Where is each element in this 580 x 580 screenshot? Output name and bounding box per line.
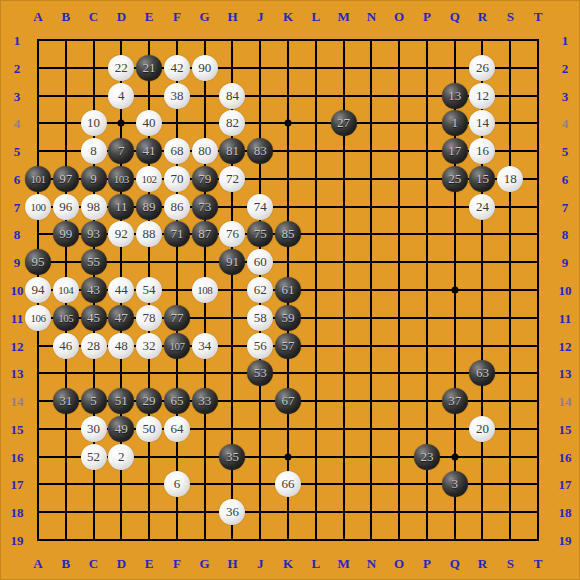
stone-black-J13: 53 <box>247 360 273 386</box>
grid-line-horizontal <box>37 511 539 513</box>
move-number: 23 <box>420 444 433 470</box>
move-number: 102 <box>142 166 157 192</box>
move-number: 105 <box>58 305 73 331</box>
stone-white-E11: 78 <box>136 305 162 331</box>
stone-black-G7: 73 <box>192 194 218 220</box>
row-label-left: 11 <box>11 311 23 324</box>
row-label-right: 10 <box>559 284 572 297</box>
row-label-right: 18 <box>559 506 572 519</box>
row-label-left: 3 <box>14 89 21 102</box>
stone-black-Q3: 13 <box>442 83 468 109</box>
col-label-top: P <box>423 10 431 23</box>
move-number: 48 <box>115 333 128 359</box>
grid-line-vertical <box>370 39 372 541</box>
move-number: 32 <box>143 333 156 359</box>
stone-white-D2: 22 <box>108 55 134 81</box>
move-number: 45 <box>87 305 100 331</box>
col-label-top: Q <box>450 10 460 23</box>
stone-white-H3: 84 <box>219 83 245 109</box>
stone-white-R3: 12 <box>469 83 495 109</box>
move-number: 16 <box>476 138 489 164</box>
move-number: 18 <box>504 166 517 192</box>
col-label-top: K <box>283 10 293 23</box>
stone-black-Q17: 3 <box>442 471 468 497</box>
move-number: 50 <box>143 416 156 442</box>
move-number: 46 <box>59 333 72 359</box>
col-label-bottom: H <box>227 557 237 570</box>
stone-black-G8: 87 <box>192 221 218 247</box>
move-number: 10 <box>87 110 100 136</box>
stone-white-H8: 76 <box>219 221 245 247</box>
row-label-right: 12 <box>559 339 572 352</box>
move-number: 97 <box>59 166 72 192</box>
stone-white-H4: 82 <box>219 110 245 136</box>
stone-white-E12: 32 <box>136 333 162 359</box>
move-number: 54 <box>143 277 156 303</box>
move-number: 90 <box>198 55 211 81</box>
col-label-bottom: M <box>337 557 349 570</box>
stone-white-B7: 96 <box>53 194 79 220</box>
move-number: 93 <box>87 221 100 247</box>
stone-black-Q14: 37 <box>442 388 468 414</box>
col-label-top: N <box>367 10 376 23</box>
move-number: 11 <box>115 194 128 220</box>
board-surface[interactable]: AABBCCDDEEFFGGHHJJKKLLMMNNOOPPQQRRSSTT11… <box>0 0 580 580</box>
move-number: 31 <box>59 388 72 414</box>
grid-line-vertical <box>537 39 539 541</box>
move-number: 67 <box>282 388 295 414</box>
star-point <box>118 120 125 127</box>
stone-black-R13: 63 <box>469 360 495 386</box>
stone-black-B8: 99 <box>53 221 79 247</box>
move-number: 6 <box>174 471 181 497</box>
row-label-right: 7 <box>562 200 569 213</box>
move-number: 64 <box>170 416 183 442</box>
row-label-left: 4 <box>14 117 21 130</box>
move-number: 65 <box>170 388 183 414</box>
row-label-left: 2 <box>14 61 21 74</box>
move-number: 26 <box>476 55 489 81</box>
move-number: 56 <box>254 333 267 359</box>
move-number: 51 <box>115 388 128 414</box>
col-label-bottom: P <box>423 557 431 570</box>
move-number: 25 <box>448 166 461 192</box>
stone-black-D5: 7 <box>108 138 134 164</box>
move-number: 82 <box>226 110 239 136</box>
move-number: 75 <box>254 221 267 247</box>
move-number: 2 <box>118 444 125 470</box>
stone-white-J12: 56 <box>247 333 273 359</box>
move-number: 40 <box>143 110 156 136</box>
star-point <box>285 120 292 127</box>
row-label-left: 14 <box>11 395 24 408</box>
stone-black-D11: 47 <box>108 305 134 331</box>
stone-white-R15: 20 <box>469 416 495 442</box>
stone-white-J7: 74 <box>247 194 273 220</box>
grid-line-horizontal <box>37 372 539 374</box>
star-point <box>451 453 458 460</box>
move-number: 60 <box>254 249 267 275</box>
move-number: 12 <box>476 83 489 109</box>
col-label-top: H <box>227 10 237 23</box>
stone-black-P16: 23 <box>414 444 440 470</box>
stone-white-G2: 90 <box>192 55 218 81</box>
stone-black-G14: 33 <box>192 388 218 414</box>
move-number: 83 <box>254 138 267 164</box>
stone-white-C15: 30 <box>81 416 107 442</box>
row-label-right: 14 <box>559 395 572 408</box>
stone-black-F8: 71 <box>164 221 190 247</box>
row-label-right: 16 <box>559 450 572 463</box>
col-label-bottom: B <box>61 557 70 570</box>
move-number: 71 <box>170 221 183 247</box>
move-number: 33 <box>198 388 211 414</box>
move-number: 8 <box>90 138 97 164</box>
stone-black-K14: 67 <box>275 388 301 414</box>
move-number: 78 <box>143 305 156 331</box>
move-number: 4 <box>118 83 125 109</box>
move-number: 86 <box>170 194 183 220</box>
row-label-right: 19 <box>559 534 572 547</box>
move-number: 87 <box>198 221 211 247</box>
stone-white-J9: 60 <box>247 249 273 275</box>
move-number: 61 <box>282 277 295 303</box>
col-label-top: M <box>337 10 349 23</box>
col-label-bottom: G <box>200 557 210 570</box>
move-number: 70 <box>170 166 183 192</box>
grid-line-vertical <box>509 39 511 541</box>
stone-black-C10: 43 <box>81 277 107 303</box>
col-label-top: D <box>117 10 126 23</box>
stone-black-C6: 9 <box>81 166 107 192</box>
stone-white-C16: 52 <box>81 444 107 470</box>
stone-white-C7: 98 <box>81 194 107 220</box>
move-number: 34 <box>198 333 211 359</box>
grid-line-horizontal <box>37 539 539 541</box>
stone-black-F14: 65 <box>164 388 190 414</box>
move-number: 92 <box>115 221 128 247</box>
stone-black-K11: 59 <box>275 305 301 331</box>
col-label-bottom: K <box>283 557 293 570</box>
stone-white-G12: 34 <box>192 333 218 359</box>
move-number: 104 <box>58 277 73 303</box>
stone-black-E14: 29 <box>136 388 162 414</box>
stone-white-F6: 70 <box>164 166 190 192</box>
stone-white-F5: 68 <box>164 138 190 164</box>
move-number: 79 <box>198 166 211 192</box>
stone-black-K10: 61 <box>275 277 301 303</box>
move-number: 47 <box>115 305 128 331</box>
move-number: 29 <box>143 388 156 414</box>
stone-black-J8: 75 <box>247 221 273 247</box>
stone-black-R6: 15 <box>469 166 495 192</box>
move-number: 107 <box>169 333 184 359</box>
row-label-left: 9 <box>14 256 21 269</box>
move-number: 38 <box>170 83 183 109</box>
move-number: 7 <box>118 138 125 164</box>
col-label-top: E <box>145 10 154 23</box>
stone-black-K8: 85 <box>275 221 301 247</box>
move-number: 77 <box>170 305 183 331</box>
stone-white-F2: 42 <box>164 55 190 81</box>
stone-black-A9: 95 <box>25 249 51 275</box>
row-label-right: 11 <box>559 311 571 324</box>
row-label-left: 13 <box>11 367 24 380</box>
move-number: 106 <box>31 305 46 331</box>
stone-white-F3: 38 <box>164 83 190 109</box>
move-number: 108 <box>197 277 212 303</box>
col-label-bottom: F <box>173 557 181 570</box>
col-label-top: R <box>478 10 487 23</box>
stone-black-H5: 81 <box>219 138 245 164</box>
col-label-top: G <box>200 10 210 23</box>
stone-white-G10: 108 <box>192 277 218 303</box>
move-number: 72 <box>226 166 239 192</box>
move-number: 81 <box>226 138 239 164</box>
stone-white-E6: 102 <box>136 166 162 192</box>
stone-black-H16: 35 <box>219 444 245 470</box>
move-number: 76 <box>226 221 239 247</box>
move-number: 15 <box>476 166 489 192</box>
stone-black-E7: 89 <box>136 194 162 220</box>
stone-black-D15: 49 <box>108 416 134 442</box>
stone-black-B6: 97 <box>53 166 79 192</box>
move-number: 9 <box>90 166 97 192</box>
col-label-bottom: C <box>89 557 98 570</box>
stone-white-B12: 46 <box>53 333 79 359</box>
row-label-right: 9 <box>562 256 569 269</box>
stone-black-Q4: 1 <box>442 110 468 136</box>
col-label-top: O <box>394 10 404 23</box>
col-label-bottom: R <box>478 557 487 570</box>
move-number: 36 <box>226 499 239 525</box>
stone-black-D7: 11 <box>108 194 134 220</box>
col-label-top: T <box>534 10 543 23</box>
stone-black-D14: 51 <box>108 388 134 414</box>
stone-white-D8: 92 <box>108 221 134 247</box>
grid-line-vertical <box>315 39 317 541</box>
col-label-bottom: N <box>367 557 376 570</box>
stone-white-J11: 58 <box>247 305 273 331</box>
stone-white-H18: 36 <box>219 499 245 525</box>
move-number: 22 <box>115 55 128 81</box>
move-number: 41 <box>143 138 156 164</box>
star-point <box>451 287 458 294</box>
col-label-bottom: L <box>311 557 320 570</box>
move-number: 28 <box>87 333 100 359</box>
move-number: 62 <box>254 277 267 303</box>
stone-white-A10: 94 <box>25 277 51 303</box>
move-number: 73 <box>198 194 211 220</box>
row-label-left: 15 <box>11 422 24 435</box>
move-number: 55 <box>87 249 100 275</box>
move-number: 20 <box>476 416 489 442</box>
move-number: 84 <box>226 83 239 109</box>
row-label-left: 12 <box>11 339 24 352</box>
move-number: 14 <box>476 110 489 136</box>
move-number: 59 <box>282 305 295 331</box>
move-number: 99 <box>59 221 72 247</box>
stone-white-R5: 16 <box>469 138 495 164</box>
row-label-left: 6 <box>14 172 21 185</box>
stone-black-J5: 83 <box>247 138 273 164</box>
row-label-left: 7 <box>14 200 21 213</box>
stone-white-A11: 106 <box>25 305 51 331</box>
stone-white-E4: 40 <box>136 110 162 136</box>
col-label-bottom: Q <box>450 557 460 570</box>
row-label-right: 4 <box>562 117 569 130</box>
row-label-right: 5 <box>562 145 569 158</box>
stone-white-H6: 72 <box>219 166 245 192</box>
col-label-bottom: T <box>534 557 543 570</box>
move-number: 88 <box>143 221 156 247</box>
move-number: 5 <box>90 388 97 414</box>
stone-white-E15: 50 <box>136 416 162 442</box>
row-label-right: 1 <box>562 34 569 47</box>
move-number: 1 <box>451 110 458 136</box>
move-number: 94 <box>32 277 45 303</box>
stone-black-E5: 41 <box>136 138 162 164</box>
col-label-top: F <box>173 10 181 23</box>
stone-white-F17: 6 <box>164 471 190 497</box>
stone-black-Q5: 17 <box>442 138 468 164</box>
stone-white-R2: 26 <box>469 55 495 81</box>
stone-black-E2: 21 <box>136 55 162 81</box>
row-label-left: 5 <box>14 145 21 158</box>
row-label-right: 2 <box>562 61 569 74</box>
move-number: 85 <box>282 221 295 247</box>
move-number: 68 <box>170 138 183 164</box>
move-number: 96 <box>59 194 72 220</box>
stone-black-G6: 79 <box>192 166 218 192</box>
col-label-bottom: A <box>33 557 42 570</box>
row-label-left: 16 <box>11 450 24 463</box>
row-label-right: 17 <box>559 478 572 491</box>
move-number: 63 <box>476 360 489 386</box>
move-number: 3 <box>451 471 458 497</box>
stone-white-F7: 86 <box>164 194 190 220</box>
move-number: 103 <box>114 166 129 192</box>
stone-white-B10: 104 <box>53 277 79 303</box>
col-label-top: J <box>257 10 264 23</box>
move-number: 37 <box>448 388 461 414</box>
stone-white-G5: 80 <box>192 138 218 164</box>
move-number: 91 <box>226 249 239 275</box>
col-label-top: C <box>89 10 98 23</box>
stone-black-K12: 57 <box>275 333 301 359</box>
move-number: 89 <box>143 194 156 220</box>
move-number: 58 <box>254 305 267 331</box>
stone-black-M4: 27 <box>331 110 357 136</box>
move-number: 57 <box>282 333 295 359</box>
stone-white-E10: 54 <box>136 277 162 303</box>
stone-black-C9: 55 <box>81 249 107 275</box>
move-number: 80 <box>198 138 211 164</box>
move-number: 98 <box>87 194 100 220</box>
stone-white-D10: 44 <box>108 277 134 303</box>
move-number: 66 <box>282 471 295 497</box>
stone-black-D6: 103 <box>108 166 134 192</box>
col-label-bottom: S <box>507 557 514 570</box>
row-label-right: 15 <box>559 422 572 435</box>
row-label-left: 8 <box>14 228 21 241</box>
stone-white-C5: 8 <box>81 138 107 164</box>
stone-black-C14: 5 <box>81 388 107 414</box>
row-label-left: 17 <box>11 478 24 491</box>
stone-white-S6: 18 <box>497 166 523 192</box>
stone-black-H9: 91 <box>219 249 245 275</box>
move-number: 42 <box>170 55 183 81</box>
col-label-bottom: E <box>145 557 154 570</box>
col-label-bottom: O <box>394 557 404 570</box>
stone-white-E8: 88 <box>136 221 162 247</box>
col-label-top: A <box>33 10 42 23</box>
stone-white-A7: 100 <box>25 194 51 220</box>
row-label-right: 13 <box>559 367 572 380</box>
row-label-left: 19 <box>11 534 24 547</box>
stone-white-K17: 66 <box>275 471 301 497</box>
stone-white-D16: 2 <box>108 444 134 470</box>
col-label-top: S <box>507 10 514 23</box>
stone-black-B11: 105 <box>53 305 79 331</box>
move-number: 100 <box>31 194 46 220</box>
stone-black-Q6: 25 <box>442 166 468 192</box>
grid-line-vertical <box>398 39 400 541</box>
star-point <box>285 453 292 460</box>
move-number: 101 <box>31 166 46 192</box>
stone-white-R7: 24 <box>469 194 495 220</box>
stone-white-C12: 28 <box>81 333 107 359</box>
move-number: 27 <box>337 110 350 136</box>
move-number: 53 <box>254 360 267 386</box>
go-board: AABBCCDDEEFFGGHHJJKKLLMMNNOOPPQQRRSSTT11… <box>0 0 580 580</box>
move-number: 30 <box>87 416 100 442</box>
stone-white-D3: 4 <box>108 83 134 109</box>
stone-white-D12: 48 <box>108 333 134 359</box>
move-number: 17 <box>448 138 461 164</box>
move-number: 95 <box>32 249 45 275</box>
stone-black-B14: 31 <box>53 388 79 414</box>
stone-white-C4: 10 <box>81 110 107 136</box>
row-label-right: 3 <box>562 89 569 102</box>
stone-white-F15: 64 <box>164 416 190 442</box>
move-number: 43 <box>87 277 100 303</box>
stone-black-C8: 93 <box>81 221 107 247</box>
move-number: 21 <box>143 55 156 81</box>
move-number: 35 <box>226 444 239 470</box>
move-number: 52 <box>87 444 100 470</box>
move-number: 24 <box>476 194 489 220</box>
move-number: 74 <box>254 194 267 220</box>
stone-white-J10: 62 <box>247 277 273 303</box>
move-number: 44 <box>115 277 128 303</box>
row-label-right: 8 <box>562 228 569 241</box>
col-label-bottom: D <box>117 557 126 570</box>
row-label-left: 18 <box>11 506 24 519</box>
stone-black-C11: 45 <box>81 305 107 331</box>
stone-white-R4: 14 <box>469 110 495 136</box>
stone-black-A6: 101 <box>25 166 51 192</box>
move-number: 49 <box>115 416 128 442</box>
move-number: 13 <box>448 83 461 109</box>
row-label-left: 10 <box>11 284 24 297</box>
col-label-bottom: J <box>257 557 264 570</box>
stone-black-F11: 77 <box>164 305 190 331</box>
row-label-left: 1 <box>14 34 21 47</box>
col-label-top: B <box>61 10 70 23</box>
row-label-right: 6 <box>562 172 569 185</box>
stone-black-F12: 107 <box>164 333 190 359</box>
